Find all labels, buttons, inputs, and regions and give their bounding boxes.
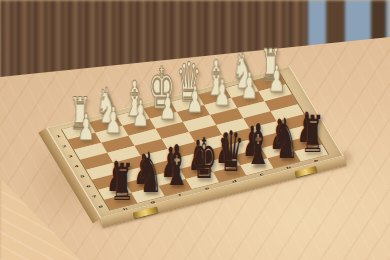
piece-white-pawn[interactable]: ♟ — [240, 68, 258, 105]
piece-black-bishop[interactable]: ♝ — [245, 118, 271, 174]
piece-black-rook[interactable]: ♜ — [300, 108, 324, 159]
piece-white-pawn[interactable]: ♟ — [186, 82, 204, 119]
piece-white-pawn[interactable]: ♟ — [77, 109, 95, 146]
piece-black-queen[interactable]: ♛ — [217, 125, 243, 181]
square-a8[interactable]: ♜ — [295, 144, 328, 161]
piece-white-pawn[interactable]: ♟ — [213, 75, 231, 112]
piece-black-knight[interactable]: ♞ — [136, 146, 162, 202]
piece-white-pawn[interactable]: ♟ — [131, 95, 149, 132]
piece-black-king[interactable]: ♚ — [190, 132, 216, 188]
piece-white-pawn[interactable]: ♟ — [104, 102, 122, 139]
piece-black-bishop[interactable]: ♝ — [163, 139, 189, 195]
piece-black-rook[interactable]: ♜ — [110, 157, 134, 208]
piece-white-pawn[interactable]: ♟ — [158, 88, 176, 125]
piece-white-pawn[interactable]: ♟ — [267, 61, 285, 98]
piece-black-knight[interactable]: ♞ — [272, 111, 298, 167]
